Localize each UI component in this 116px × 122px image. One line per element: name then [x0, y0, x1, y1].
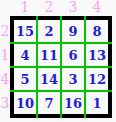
column-labels: 1 2 3 4 [14, 0, 108, 15]
row-label-2: 1 [0, 44, 10, 66]
cell-r4c3[interactable]: 16 [62, 92, 84, 114]
cell-r4c1[interactable]: 10 [14, 92, 36, 114]
magic-square-diagram: 1 2 3 4 2 1 4 3 15 2 9 8 4 11 6 13 5 14 … [0, 0, 116, 122]
cell-r1c4[interactable]: 8 [86, 20, 108, 42]
cell-r3c2[interactable]: 14 [38, 68, 60, 90]
board: 15 2 9 8 4 11 6 13 5 14 3 12 10 7 16 1 [10, 16, 112, 118]
row-labels: 2 1 4 3 [0, 20, 10, 114]
cell-r3c4[interactable]: 12 [86, 68, 108, 90]
column-label-3: 3 [62, 0, 84, 15]
cell-r1c3[interactable]: 9 [62, 20, 84, 42]
cell-r2c4[interactable]: 13 [86, 44, 108, 66]
row-label-1: 2 [0, 20, 10, 42]
cell-r3c1[interactable]: 5 [14, 68, 36, 90]
cell-r4c4[interactable]: 1 [86, 92, 108, 114]
column-label-2: 2 [38, 0, 60, 15]
cell-r1c1[interactable]: 15 [14, 20, 36, 42]
column-label-1: 1 [14, 0, 36, 15]
row-label-4: 3 [0, 92, 10, 114]
cell-r3c3[interactable]: 3 [62, 68, 84, 90]
cell-r2c3[interactable]: 6 [62, 44, 84, 66]
cell-r4c2[interactable]: 7 [38, 92, 60, 114]
column-label-4: 4 [86, 0, 108, 15]
row-label-3: 4 [0, 68, 10, 90]
cell-r2c1[interactable]: 4 [14, 44, 36, 66]
cell-grid: 15 2 9 8 4 11 6 13 5 14 3 12 10 7 16 1 [14, 20, 108, 114]
cell-r2c2[interactable]: 11 [38, 44, 60, 66]
cell-r1c2[interactable]: 2 [38, 20, 60, 42]
